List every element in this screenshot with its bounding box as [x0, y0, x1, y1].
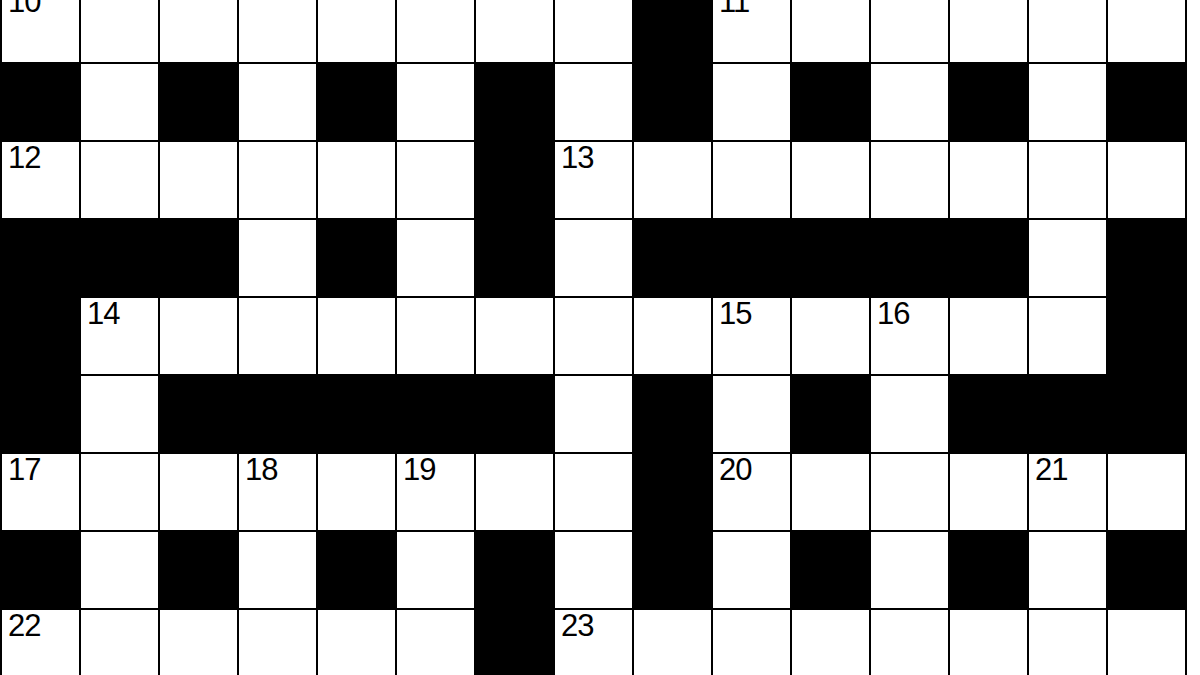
block-cell-r5-c15 [1108, 298, 1185, 374]
block-cell-r7-c9 [634, 454, 711, 530]
open-cell-r7-c1[interactable]: 17 [2, 454, 79, 530]
open-cell-r3-c8[interactable]: 13 [555, 142, 632, 218]
open-cell-r8-c14[interactable] [1029, 532, 1106, 608]
open-cell-r3-c1[interactable]: 12 [2, 142, 79, 218]
block-cell-r9-c7 [476, 610, 553, 675]
clue-number-18: 18 [245, 453, 277, 487]
block-cell-r5-c1 [2, 298, 79, 374]
open-cell-r9-c8[interactable]: 23 [555, 610, 632, 675]
block-cell-r8-c15 [1108, 532, 1185, 608]
open-cell-r1-c4[interactable] [239, 0, 316, 62]
open-cell-r9-c9[interactable] [634, 610, 711, 675]
block-cell-r4-c5 [318, 220, 395, 296]
open-cell-r3-c5[interactable] [318, 142, 395, 218]
open-cell-r1-c6[interactable] [397, 0, 474, 62]
block-cell-r2-c7 [476, 64, 553, 140]
open-cell-r9-c15[interactable] [1108, 610, 1185, 675]
open-cell-r4-c14[interactable] [1029, 220, 1106, 296]
open-cell-r9-c12[interactable] [871, 610, 948, 675]
block-cell-r6-c14 [1029, 376, 1106, 452]
open-cell-r7-c10[interactable]: 20 [713, 454, 790, 530]
open-cell-r7-c5[interactable] [318, 454, 395, 530]
clue-number-16: 16 [877, 297, 909, 331]
block-cell-r4-c3 [160, 220, 237, 296]
open-cell-r7-c15[interactable] [1108, 454, 1185, 530]
clue-number-17: 17 [8, 453, 40, 487]
block-cell-r6-c11 [792, 376, 869, 452]
block-cell-r8-c9 [634, 532, 711, 608]
open-cell-r9-c11[interactable] [792, 610, 869, 675]
clue-number-20: 20 [719, 453, 751, 487]
open-cell-r5-c5[interactable] [318, 298, 395, 374]
block-cell-r6-c5 [318, 376, 395, 452]
open-cell-r1-c3[interactable] [160, 0, 237, 62]
open-cell-r3-c14[interactable] [1029, 142, 1106, 218]
clue-number-14: 14 [87, 297, 119, 331]
block-cell-r2-c5 [318, 64, 395, 140]
open-cell-r7-c3[interactable] [160, 454, 237, 530]
open-cell-r3-c15[interactable] [1108, 142, 1185, 218]
open-cell-r2-c4[interactable] [239, 64, 316, 140]
crossword-page: 1011121314151617181920212223 [0, 0, 1200, 675]
open-cell-r6-c10[interactable] [713, 376, 790, 452]
open-cell-r3-c3[interactable] [160, 142, 237, 218]
open-cell-r8-c8[interactable] [555, 532, 632, 608]
block-cell-r2-c3 [160, 64, 237, 140]
block-cell-r6-c9 [634, 376, 711, 452]
open-cell-r5-c3[interactable] [160, 298, 237, 374]
open-cell-r6-c8[interactable] [555, 376, 632, 452]
clue-number-13: 13 [561, 141, 593, 175]
clue-number-19: 19 [403, 453, 435, 487]
open-cell-r1-c7[interactable] [476, 0, 553, 62]
clue-number-11: 11 [719, 0, 749, 19]
open-cell-r3-c4[interactable] [239, 142, 316, 218]
open-cell-r8-c2[interactable] [81, 532, 158, 608]
open-cell-r5-c13[interactable] [950, 298, 1027, 374]
block-cell-r8-c5 [318, 532, 395, 608]
block-cell-r4-c1 [2, 220, 79, 296]
open-cell-r9-c10[interactable] [713, 610, 790, 675]
open-cell-r3-c2[interactable] [81, 142, 158, 218]
open-cell-r1-c13[interactable] [950, 0, 1027, 62]
open-cell-r1-c14[interactable] [1029, 0, 1106, 62]
block-cell-r4-c12 [871, 220, 948, 296]
clue-number-15: 15 [719, 297, 751, 331]
crossword-board: 1011121314151617181920212223 [0, 0, 1187, 675]
block-cell-r3-c7 [476, 142, 553, 218]
block-cell-r1-c9 [634, 0, 711, 62]
open-cell-r9-c4[interactable] [239, 610, 316, 675]
open-cell-r4-c8[interactable] [555, 220, 632, 296]
open-cell-r1-c8[interactable] [555, 0, 632, 62]
clue-number-22: 22 [8, 609, 40, 643]
open-cell-r3-c11[interactable] [792, 142, 869, 218]
open-cell-r1-c12[interactable] [871, 0, 948, 62]
open-cell-r2-c2[interactable] [81, 64, 158, 140]
block-cell-r4-c11 [792, 220, 869, 296]
block-cell-r2-c13 [950, 64, 1027, 140]
open-cell-r7-c13[interactable] [950, 454, 1027, 530]
open-cell-r6-c2[interactable] [81, 376, 158, 452]
open-cell-r3-c12[interactable] [871, 142, 948, 218]
open-cell-r9-c14[interactable] [1029, 610, 1106, 675]
block-cell-r4-c13 [950, 220, 1027, 296]
block-cell-r4-c15 [1108, 220, 1185, 296]
block-cell-r6-c7 [476, 376, 553, 452]
open-cell-r7-c6[interactable]: 19 [397, 454, 474, 530]
open-cell-r1-c2[interactable] [81, 0, 158, 62]
open-cell-r4-c4[interactable] [239, 220, 316, 296]
open-cell-r6-c12[interactable] [871, 376, 948, 452]
block-cell-r6-c1 [2, 376, 79, 452]
open-cell-r7-c7[interactable] [476, 454, 553, 530]
open-cell-r5-c7[interactable] [476, 298, 553, 374]
open-cell-r9-c1[interactable]: 22 [2, 610, 79, 675]
open-cell-r2-c6[interactable] [397, 64, 474, 140]
block-cell-r4-c2 [81, 220, 158, 296]
open-cell-r5-c10[interactable]: 15 [713, 298, 790, 374]
block-cell-r8-c11 [792, 532, 869, 608]
block-cell-r4-c7 [476, 220, 553, 296]
open-cell-r5-c12[interactable]: 16 [871, 298, 948, 374]
open-cell-r7-c4[interactable]: 18 [239, 454, 316, 530]
open-cell-r7-c2[interactable] [81, 454, 158, 530]
block-cell-r6-c4 [239, 376, 316, 452]
open-cell-r3-c13[interactable] [950, 142, 1027, 218]
open-cell-r7-c12[interactable] [871, 454, 948, 530]
open-cell-r5-c9[interactable] [634, 298, 711, 374]
block-cell-r4-c10 [713, 220, 790, 296]
open-cell-r1-c15[interactable] [1108, 0, 1185, 62]
open-cell-r1-c10[interactable]: 11 [713, 0, 790, 62]
open-cell-r2-c10[interactable] [713, 64, 790, 140]
open-cell-r3-c6[interactable] [397, 142, 474, 218]
open-cell-r7-c11[interactable] [792, 454, 869, 530]
open-cell-r9-c2[interactable] [81, 610, 158, 675]
open-cell-r8-c10[interactable] [713, 532, 790, 608]
open-cell-r1-c11[interactable] [792, 0, 869, 62]
open-cell-r5-c8[interactable] [555, 298, 632, 374]
open-cell-r7-c8[interactable] [555, 454, 632, 530]
open-cell-r2-c14[interactable] [1029, 64, 1106, 140]
block-cell-r6-c13 [950, 376, 1027, 452]
block-cell-r8-c13 [950, 532, 1027, 608]
open-cell-r9-c5[interactable] [318, 610, 395, 675]
block-cell-r4-c9 [634, 220, 711, 296]
block-cell-r8-c3 [160, 532, 237, 608]
block-cell-r8-c7 [476, 532, 553, 608]
open-cell-r4-c6[interactable] [397, 220, 474, 296]
open-cell-r9-c6[interactable] [397, 610, 474, 675]
open-cell-r5-c4[interactable] [239, 298, 316, 374]
clue-number-21: 21 [1035, 453, 1067, 487]
block-cell-r6-c3 [160, 376, 237, 452]
open-cell-r1-c1[interactable]: 10 [2, 0, 79, 62]
open-cell-r2-c12[interactable] [871, 64, 948, 140]
open-cell-r1-c5[interactable] [318, 0, 395, 62]
open-cell-r8-c6[interactable] [397, 532, 474, 608]
open-cell-r5-c11[interactable] [792, 298, 869, 374]
open-cell-r9-c3[interactable] [160, 610, 237, 675]
open-cell-r5-c6[interactable] [397, 298, 474, 374]
open-cell-r8-c4[interactable] [239, 532, 316, 608]
clue-number-12: 12 [8, 141, 40, 175]
block-cell-r2-c9 [634, 64, 711, 140]
open-cell-r2-c8[interactable] [555, 64, 632, 140]
block-cell-r8-c1 [2, 532, 79, 608]
open-cell-r3-c10[interactable] [713, 142, 790, 218]
clue-number-23: 23 [561, 609, 593, 643]
open-cell-r7-c14[interactable]: 21 [1029, 454, 1106, 530]
block-cell-r2-c11 [792, 64, 869, 140]
block-cell-r2-c15 [1108, 64, 1185, 140]
block-cell-r6-c15 [1108, 376, 1185, 452]
block-cell-r2-c1 [2, 64, 79, 140]
block-cell-r6-c6 [397, 376, 474, 452]
open-cell-r9-c13[interactable] [950, 610, 1027, 675]
clue-number-10: 10 [8, 0, 40, 19]
open-cell-r5-c14[interactable] [1029, 298, 1106, 374]
open-cell-r3-c9[interactable] [634, 142, 711, 218]
open-cell-r8-c12[interactable] [871, 532, 948, 608]
open-cell-r5-c2[interactable]: 14 [81, 298, 158, 374]
